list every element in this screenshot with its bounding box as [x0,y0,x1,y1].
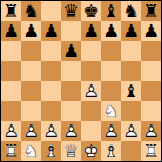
square-c7[interactable]: ♟ [41,21,61,41]
square-c8[interactable] [41,1,61,21]
square-c4[interactable] [41,81,61,101]
black-piece-glyph: ♜ [141,1,161,21]
piece-white-pawn[interactable]: ♟♙ [21,121,41,141]
piece-white-pawn[interactable]: ♟♙ [1,121,21,141]
piece-white-pawn[interactable]: ♟♙ [41,121,61,141]
black-piece-glyph: ♝ [101,1,121,21]
piece-black-pawn[interactable]: ♟ [101,21,121,41]
square-c2[interactable]: ♟♙ [41,121,61,141]
square-c3[interactable] [41,101,61,121]
square-g5[interactable] [121,61,141,81]
piece-white-pawn[interactable]: ♟♙ [61,121,81,141]
square-g1[interactable] [121,141,141,161]
black-piece-glyph: ♟ [121,21,141,41]
piece-white-rook[interactable]: ♜♖ [141,141,161,161]
piece-black-pawn[interactable]: ♟ [41,21,61,41]
square-h8[interactable]: ♜ [141,1,161,21]
black-piece-glyph: ♞ [121,1,141,21]
square-d6[interactable]: ♟ [61,41,81,61]
white-piece-outline: ♙ [41,121,61,141]
white-piece-outline: ♙ [61,121,81,141]
square-g3[interactable] [121,101,141,121]
piece-white-pawn[interactable]: ♟♙ [141,121,161,141]
square-a1[interactable]: ♜♖ [1,141,21,161]
piece-white-bishop[interactable]: ♝♗ [41,141,61,161]
square-b7[interactable]: ♟ [21,21,41,41]
square-b1[interactable]: ♞♘ [21,141,41,161]
white-piece-outline: ♙ [81,81,101,101]
square-e4[interactable]: ♟♙ [81,81,101,101]
white-piece-outline: ♗ [101,141,121,161]
square-g7[interactable]: ♟ [121,21,141,41]
black-piece-glyph: ♝ [121,81,141,101]
black-piece-glyph: ♟ [1,21,21,41]
piece-white-knight[interactable]: ♞♘ [21,141,41,161]
piece-black-bishop[interactable]: ♝ [101,1,121,21]
white-piece-outline: ♘ [101,101,121,121]
piece-white-king[interactable]: ♚♔ [81,141,101,161]
square-g6[interactable] [121,41,141,61]
square-d4[interactable] [61,81,81,101]
white-piece-outline: ♖ [141,141,161,161]
square-b6[interactable] [21,41,41,61]
black-piece-glyph: ♟ [61,41,81,61]
square-f5[interactable] [101,61,121,81]
square-d1[interactable]: ♛♕ [61,141,81,161]
square-e1[interactable]: ♚♔ [81,141,101,161]
square-d5[interactable] [61,61,81,81]
square-a7[interactable]: ♟ [1,21,21,41]
piece-black-pawn[interactable]: ♟ [81,21,101,41]
square-f1[interactable]: ♝♗ [101,141,121,161]
white-piece-outline: ♗ [41,141,61,161]
piece-white-bishop[interactable]: ♝♗ [101,141,121,161]
black-piece-glyph: ♟ [101,21,121,41]
piece-black-queen[interactable]: ♛ [61,1,81,21]
white-piece-outline: ♙ [101,121,121,141]
black-piece-glyph: ♟ [81,21,101,41]
piece-white-pawn[interactable]: ♟♙ [121,121,141,141]
black-piece-glyph: ♚ [81,1,101,21]
square-c1[interactable]: ♝♗ [41,141,61,161]
square-c5[interactable] [41,61,61,81]
square-f8[interactable]: ♝ [101,1,121,21]
square-a5[interactable] [1,61,21,81]
square-a2[interactable]: ♟♙ [1,121,21,141]
piece-white-pawn[interactable]: ♟♙ [81,81,101,101]
square-h6[interactable] [141,41,161,61]
square-h5[interactable] [141,61,161,81]
piece-black-rook[interactable]: ♜ [1,1,21,21]
square-c6[interactable] [41,41,61,61]
white-piece-outline: ♘ [21,141,41,161]
piece-black-knight[interactable]: ♞ [21,1,41,21]
piece-white-rook[interactable]: ♜♖ [1,141,21,161]
white-piece-outline: ♙ [1,121,21,141]
white-piece-outline: ♙ [141,121,161,141]
square-a3[interactable] [1,101,21,121]
white-piece-outline: ♔ [81,141,101,161]
piece-white-pawn[interactable]: ♟♙ [101,121,121,141]
black-piece-glyph: ♟ [141,21,161,41]
square-a4[interactable] [1,81,21,101]
white-piece-outline: ♕ [61,141,81,161]
square-d8[interactable]: ♛ [61,1,81,21]
black-piece-glyph: ♞ [21,1,41,21]
white-piece-outline: ♖ [1,141,21,161]
square-e7[interactable]: ♟ [81,21,101,41]
square-g2[interactable]: ♟♙ [121,121,141,141]
square-e2[interactable] [81,121,101,141]
square-d3[interactable] [61,101,81,121]
piece-black-pawn[interactable]: ♟ [61,41,81,61]
black-piece-glyph: ♟ [41,21,61,41]
black-piece-glyph: ♛ [61,1,81,21]
piece-black-bishop[interactable]: ♝ [121,81,141,101]
square-a6[interactable] [1,41,21,61]
square-h2[interactable]: ♟♙ [141,121,161,141]
square-e8[interactable]: ♚ [81,1,101,21]
square-g4[interactable]: ♝ [121,81,141,101]
piece-black-king[interactable]: ♚ [81,1,101,21]
piece-black-pawn[interactable]: ♟ [21,21,41,41]
square-h7[interactable]: ♟ [141,21,161,41]
square-f4[interactable] [101,81,121,101]
square-b3[interactable] [21,101,41,121]
square-h1[interactable]: ♜♖ [141,141,161,161]
square-h4[interactable] [141,81,161,101]
square-f7[interactable]: ♟ [101,21,121,41]
square-e6[interactable] [81,41,101,61]
square-b5[interactable] [21,61,41,81]
square-e3[interactable] [81,101,101,121]
piece-black-pawn[interactable]: ♟ [1,21,21,41]
piece-black-knight[interactable]: ♞ [121,1,141,21]
square-b2[interactable]: ♟♙ [21,121,41,141]
piece-black-pawn[interactable]: ♟ [121,21,141,41]
piece-black-pawn[interactable]: ♟ [141,21,161,41]
black-piece-glyph: ♟ [21,21,41,41]
square-b4[interactable] [21,81,41,101]
square-g8[interactable]: ♞ [121,1,141,21]
black-piece-glyph: ♜ [1,1,21,21]
piece-black-rook[interactable]: ♜ [141,1,161,21]
chessboard-screenshot: ♜♞♛♚♝♞♜♟♟♟♟♟♟♟♟♟♙♝♞♘♟♙♟♙♟♙♟♙♟♙♟♙♟♙♜♖♞♘♝♗… [0,0,162,162]
chess-board: ♜♞♛♚♝♞♜♟♟♟♟♟♟♟♟♟♙♝♞♘♟♙♟♙♟♙♟♙♟♙♟♙♟♙♜♖♞♘♝♗… [0,0,162,162]
square-f3[interactable]: ♞♘ [101,101,121,121]
white-piece-outline: ♙ [121,121,141,141]
square-f2[interactable]: ♟♙ [101,121,121,141]
square-f6[interactable] [101,41,121,61]
square-h3[interactable] [141,101,161,121]
square-b8[interactable]: ♞ [21,1,41,21]
square-a8[interactable]: ♜ [1,1,21,21]
square-d2[interactable]: ♟♙ [61,121,81,141]
piece-white-knight[interactable]: ♞♘ [101,101,121,121]
square-d7[interactable] [61,21,81,41]
square-e5[interactable] [81,61,101,81]
piece-white-queen[interactable]: ♛♕ [61,141,81,161]
white-piece-outline: ♙ [21,121,41,141]
